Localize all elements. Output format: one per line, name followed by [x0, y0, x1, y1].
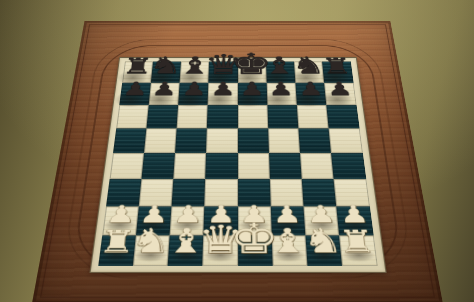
square-a6[interactable] — [115, 105, 148, 128]
square-e4[interactable] — [237, 153, 269, 179]
square-a4[interactable] — [109, 153, 144, 179]
square-b5[interactable] — [143, 128, 176, 153]
square-h5[interactable] — [328, 128, 362, 153]
square-f5[interactable] — [267, 128, 299, 153]
square-c5[interactable] — [175, 128, 207, 153]
square-d5[interactable] — [206, 128, 237, 153]
square-g6[interactable] — [296, 105, 328, 128]
square-e6[interactable] — [237, 105, 267, 128]
square-h4[interactable] — [331, 153, 366, 179]
square-e5[interactable] — [237, 128, 268, 153]
square-d4[interactable] — [205, 153, 237, 179]
game-scene: ♜♞♝♛♚♝♞♜♟♟♟♟♟♟♟♟♟♟♟♟♟♟♟♟♜♞♝♛♚♝♞♜ — [0, 0, 474, 302]
square-g5[interactable] — [298, 128, 331, 153]
square-b6[interactable] — [146, 105, 178, 128]
table-plane: ♜♞♝♛♚♝♞♜♟♟♟♟♟♟♟♟♟♟♟♟♟♟♟♟♜♞♝♛♚♝♞♜ — [31, 21, 442, 302]
square-f4[interactable] — [268, 153, 301, 179]
square-a5[interactable] — [112, 128, 146, 153]
piece-black-pawn[interactable]: ♟ — [316, 63, 360, 96]
square-d6[interactable] — [207, 105, 237, 128]
square-g4[interactable] — [300, 153, 334, 179]
square-c4[interactable] — [173, 153, 206, 179]
square-f6[interactable] — [267, 105, 298, 128]
square-c6[interactable] — [176, 105, 207, 128]
square-b4[interactable] — [141, 153, 175, 179]
square-h6[interactable] — [326, 105, 359, 128]
